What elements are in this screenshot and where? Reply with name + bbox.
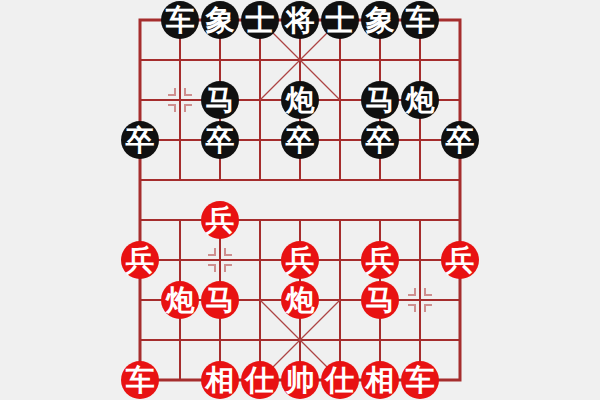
piece-black-rook[interactable]: 车 (401, 1, 439, 39)
piece-black-horse[interactable]: 马 (201, 81, 239, 119)
piece-black-horse[interactable]: 马 (361, 81, 399, 119)
piece-black-soldier[interactable]: 卒 (121, 121, 159, 159)
piece-red-rook[interactable]: 车 (401, 361, 439, 399)
piece-black-rook[interactable]: 车 (161, 1, 199, 39)
piece-red-cannon[interactable]: 炮 (161, 281, 199, 319)
pieces-layer: 车象士将士象车马炮马炮卒卒卒卒卒兵兵兵兵兵炮马炮马车相仕帅仕相车 (120, 0, 480, 400)
piece-black-soldier[interactable]: 卒 (281, 121, 319, 159)
piece-red-horse[interactable]: 马 (361, 281, 399, 319)
piece-black-advisor[interactable]: 士 (321, 1, 359, 39)
piece-black-cannon[interactable]: 炮 (281, 81, 319, 119)
piece-black-soldier[interactable]: 卒 (201, 121, 239, 159)
piece-red-advisor[interactable]: 仕 (241, 361, 279, 399)
piece-red-general[interactable]: 帅 (281, 361, 319, 399)
piece-red-soldier[interactable]: 兵 (281, 241, 319, 279)
piece-black-elephant[interactable]: 象 (361, 1, 399, 39)
piece-black-general[interactable]: 将 (281, 1, 319, 39)
piece-red-elephant[interactable]: 相 (361, 361, 399, 399)
piece-red-horse[interactable]: 马 (201, 281, 239, 319)
piece-red-advisor[interactable]: 仕 (321, 361, 359, 399)
piece-red-soldier[interactable]: 兵 (121, 241, 159, 279)
piece-red-soldier[interactable]: 兵 (201, 201, 239, 239)
xiangqi-board: 车象士将士象车马炮马炮卒卒卒卒卒兵兵兵兵兵炮马炮马车相仕帅仕相车 (0, 0, 600, 400)
xiangqi-app-screen: 车象士将士象车马炮马炮卒卒卒卒卒兵兵兵兵兵炮马炮马车相仕帅仕相车 (0, 0, 600, 400)
piece-red-elephant[interactable]: 相 (201, 361, 239, 399)
piece-black-advisor[interactable]: 士 (241, 1, 279, 39)
piece-black-soldier[interactable]: 卒 (441, 121, 479, 159)
piece-black-cannon[interactable]: 炮 (401, 81, 439, 119)
piece-black-soldier[interactable]: 卒 (361, 121, 399, 159)
piece-red-cannon[interactable]: 炮 (281, 281, 319, 319)
piece-red-soldier[interactable]: 兵 (361, 241, 399, 279)
piece-red-rook[interactable]: 车 (121, 361, 159, 399)
piece-red-soldier[interactable]: 兵 (441, 241, 479, 279)
piece-black-elephant[interactable]: 象 (201, 1, 239, 39)
